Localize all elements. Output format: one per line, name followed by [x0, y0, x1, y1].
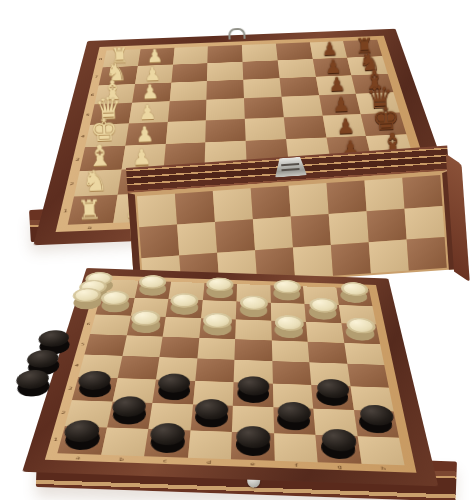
- board-square: [289, 183, 329, 217]
- spare-checker-cream: [71, 295, 103, 310]
- chess-piece-brown-P: ♟: [332, 94, 351, 115]
- board-square: [251, 186, 291, 220]
- board-square: [165, 120, 206, 144]
- board-square: ♟: [129, 101, 170, 123]
- board-square: [171, 63, 208, 82]
- board-square: [207, 79, 244, 99]
- chess-piece-cream-P: ♟: [132, 146, 152, 168]
- chess-piece-brown-P: ♟: [336, 115, 355, 136]
- chess-piece-cream-N: ♞: [82, 166, 109, 196]
- checkers-board-frame: abcdefgh 12345678: [22, 268, 438, 486]
- board-square: [243, 60, 280, 79]
- board-square: ♜: [68, 195, 118, 225]
- chess-piece-cream-P: ♟: [138, 102, 157, 123]
- board-square: [327, 180, 367, 214]
- board-square: [242, 44, 278, 62]
- board-square: [405, 206, 445, 240]
- board-square: [402, 175, 442, 209]
- board-square: ♟: [322, 114, 366, 137]
- spare-checker-black: [14, 378, 52, 398]
- board-square: [206, 119, 246, 142]
- board-square: [173, 46, 208, 64]
- product-photo-canvas: { "scene": { "description": "Overhead pr…: [0, 0, 475, 500]
- board-square: [284, 116, 326, 139]
- board-square: [244, 97, 284, 119]
- board-square: ♟: [319, 94, 361, 116]
- board-square: [208, 45, 243, 63]
- board-square: [243, 78, 281, 98]
- board-square: ♟: [125, 122, 167, 146]
- board-square: [213, 188, 253, 222]
- board-square: [364, 178, 404, 212]
- chess-piece-cream-R: ♜: [77, 196, 102, 224]
- board-square: [281, 95, 322, 117]
- chess-piece-cream-P: ♟: [135, 123, 154, 144]
- clasp-icon: [274, 156, 307, 177]
- board-square: [277, 59, 315, 78]
- board-square: [167, 100, 206, 122]
- board-square: [207, 62, 243, 81]
- board-square: [367, 209, 407, 243]
- board-square: [245, 117, 286, 140]
- hanging-ring-icon: [228, 28, 245, 40]
- board-square: [206, 98, 245, 120]
- board-square: [329, 211, 369, 245]
- file-label: a: [66, 223, 113, 232]
- board-square: [291, 214, 331, 248]
- board-square: [107, 402, 153, 429]
- board-square: [175, 191, 215, 225]
- board-square: [279, 77, 318, 97]
- checkers-board: abcdefgh 12345678: [8, 234, 475, 500]
- board-square: [276, 42, 313, 60]
- board-square: [169, 81, 207, 102]
- board-square: [137, 194, 177, 228]
